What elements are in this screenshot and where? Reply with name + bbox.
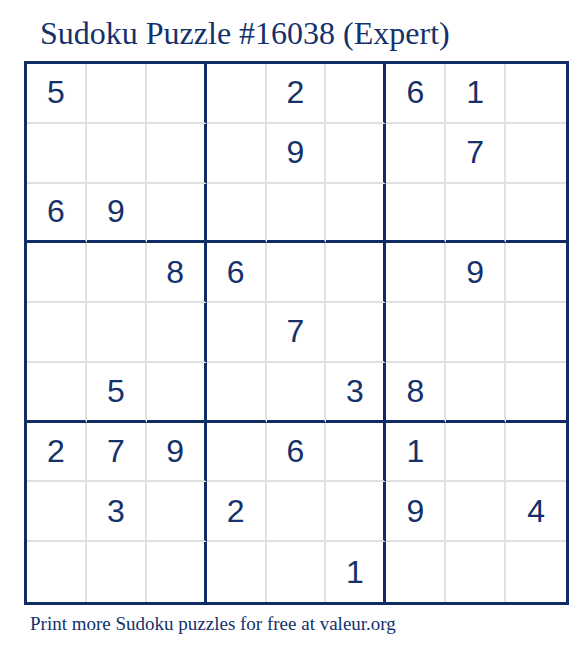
sudoku-cell	[326, 303, 386, 363]
sudoku-cell	[506, 363, 566, 423]
sudoku-cell	[27, 542, 87, 602]
sudoku-cell	[147, 124, 207, 184]
sudoku-cell	[27, 124, 87, 184]
sudoku-cell	[87, 303, 147, 363]
sudoku-cell: 2	[267, 64, 327, 124]
sudoku-cell	[446, 363, 506, 423]
sudoku-cell: 2	[207, 482, 267, 542]
sudoku-cell	[446, 303, 506, 363]
sudoku-cell	[207, 303, 267, 363]
sudoku-cell	[87, 124, 147, 184]
sudoku-cell	[506, 243, 566, 303]
sudoku-cell: 1	[386, 423, 446, 483]
sudoku-cell: 8	[147, 243, 207, 303]
sudoku-cell	[207, 184, 267, 244]
sudoku-cell	[267, 363, 327, 423]
sudoku-cell: 6	[27, 184, 87, 244]
sudoku-cell	[147, 542, 207, 602]
sudoku-cell	[506, 184, 566, 244]
sudoku-cell: 9	[386, 482, 446, 542]
sudoku-cell: 9	[147, 423, 207, 483]
sudoku-cell: 9	[87, 184, 147, 244]
sudoku-cell: 5	[27, 64, 87, 124]
sudoku-cell	[267, 482, 327, 542]
sudoku-cell	[386, 303, 446, 363]
sudoku-cell	[506, 542, 566, 602]
sudoku-cell	[27, 303, 87, 363]
sudoku-cell	[446, 482, 506, 542]
sudoku-cell	[326, 124, 386, 184]
sudoku-cell: 3	[326, 363, 386, 423]
sudoku-board: 5261976986975382796132941	[24, 61, 569, 605]
sudoku-cell	[506, 64, 566, 124]
footer-text: Print more Sudoku puzzles for free at va…	[30, 613, 396, 635]
sudoku-cell	[207, 124, 267, 184]
sudoku-cell	[326, 243, 386, 303]
sudoku-cell: 4	[506, 482, 566, 542]
sudoku-cell	[87, 243, 147, 303]
sudoku-cell: 1	[446, 64, 506, 124]
sudoku-cell: 8	[386, 363, 446, 423]
sudoku-cell	[27, 363, 87, 423]
sudoku-cell	[446, 542, 506, 602]
sudoku-cell: 7	[446, 124, 506, 184]
sudoku-cell: 1	[326, 542, 386, 602]
sudoku-cell	[207, 423, 267, 483]
sudoku-cell	[326, 64, 386, 124]
sudoku-cell	[147, 363, 207, 423]
sudoku-cell	[506, 423, 566, 483]
sudoku-cell: 7	[267, 303, 327, 363]
sudoku-cell	[207, 363, 267, 423]
sudoku-cell	[446, 423, 506, 483]
sudoku-cell	[386, 124, 446, 184]
sudoku-cell	[267, 184, 327, 244]
sudoku-cell	[386, 243, 446, 303]
sudoku-cell: 6	[267, 423, 327, 483]
sudoku-cell: 9	[446, 243, 506, 303]
sudoku-cell: 6	[386, 64, 446, 124]
sudoku-cell	[326, 482, 386, 542]
sudoku-cell: 3	[87, 482, 147, 542]
sudoku-cell	[27, 482, 87, 542]
sudoku-cell: 2	[27, 423, 87, 483]
sudoku-cell	[326, 184, 386, 244]
sudoku-cell: 6	[207, 243, 267, 303]
page-title: Sudoku Puzzle #16038 (Expert)	[40, 16, 450, 51]
sudoku-cell	[87, 64, 147, 124]
sudoku-cell: 7	[87, 423, 147, 483]
sudoku-cell	[27, 243, 87, 303]
sudoku-cell	[386, 184, 446, 244]
sudoku-cell	[147, 184, 207, 244]
sudoku-cell	[207, 64, 267, 124]
sudoku-cell	[326, 423, 386, 483]
sudoku-cell	[87, 542, 147, 602]
sudoku-cell	[267, 542, 327, 602]
sudoku-cell	[446, 184, 506, 244]
sudoku-cell	[386, 542, 446, 602]
sudoku-cell: 5	[87, 363, 147, 423]
sudoku-cell	[267, 243, 327, 303]
sudoku-cell	[147, 303, 207, 363]
sudoku-cell	[506, 303, 566, 363]
sudoku-cell	[147, 482, 207, 542]
sudoku-cell: 9	[267, 124, 327, 184]
sudoku-cell	[207, 542, 267, 602]
sudoku-cell	[147, 64, 207, 124]
sudoku-cell	[506, 124, 566, 184]
